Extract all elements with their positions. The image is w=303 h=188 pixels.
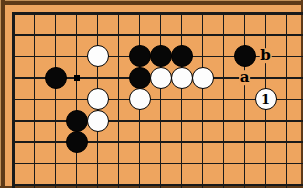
point-label-a: a [239, 70, 251, 85]
board-frame-right [301, 0, 303, 188]
board-frame-bottom [0, 186, 303, 188]
white-stone [87, 88, 109, 110]
white-stone [87, 110, 109, 132]
go-board-diagram: 1ab [0, 0, 303, 188]
grid-vline [181, 12, 183, 188]
grid-vline [55, 12, 57, 188]
grid-vline [202, 12, 204, 188]
black-stone [129, 67, 151, 89]
hoshi-marker [74, 75, 80, 81]
black-stone [45, 67, 67, 89]
black-stone [66, 110, 88, 132]
grid-vline [118, 12, 120, 188]
black-stone [171, 45, 193, 67]
white-stone [150, 67, 172, 89]
board-frame-top [0, 0, 303, 5]
board-edge-left-line [12, 12, 15, 188]
grid-vline [160, 12, 162, 188]
black-stone [234, 45, 256, 67]
point-label-b: b [259, 49, 272, 64]
white-stone [87, 45, 109, 67]
white-stone [129, 88, 151, 110]
board-frame-left [0, 0, 5, 188]
black-stone [150, 45, 172, 67]
grid-vline [34, 12, 36, 188]
grid-vline [76, 12, 78, 188]
white-stone [171, 67, 193, 89]
move-number: 1 [261, 93, 270, 106]
white-stone [192, 67, 214, 89]
black-stone [66, 131, 88, 153]
grid-vline [223, 12, 225, 188]
grid-vline [286, 12, 288, 188]
black-stone [129, 45, 151, 67]
white-stone-move-1: 1 [255, 88, 277, 110]
grid-vline [244, 12, 246, 188]
